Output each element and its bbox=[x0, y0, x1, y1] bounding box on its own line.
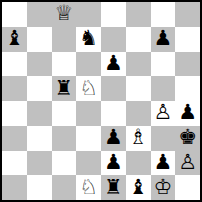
black-pawn-piece: ♟ bbox=[153, 151, 172, 174]
black-rook-piece: ♜ bbox=[104, 175, 123, 198]
square-c3 bbox=[52, 126, 77, 151]
square-h7 bbox=[175, 27, 200, 52]
square-c7 bbox=[52, 27, 77, 52]
white-bishop-piece: ♗ bbox=[129, 126, 148, 149]
black-pawn-piece: ♟ bbox=[104, 151, 123, 174]
square-d3 bbox=[76, 126, 101, 151]
square-a1 bbox=[2, 175, 27, 200]
square-b3 bbox=[27, 126, 52, 151]
square-c2 bbox=[52, 151, 77, 176]
black-rook-piece: ♜ bbox=[54, 76, 73, 99]
square-e6: ♟ bbox=[101, 52, 126, 77]
square-g2: ♟ bbox=[151, 151, 176, 176]
square-g3 bbox=[151, 126, 176, 151]
square-c4 bbox=[52, 101, 77, 126]
square-e5 bbox=[101, 76, 126, 101]
white-queen-piece: ♕ bbox=[54, 2, 73, 25]
square-a3 bbox=[2, 126, 27, 151]
square-e7 bbox=[101, 27, 126, 52]
square-b6 bbox=[27, 52, 52, 77]
square-b2 bbox=[27, 151, 52, 176]
square-e3: ♟ bbox=[101, 126, 126, 151]
square-f1: ♝ bbox=[126, 175, 151, 200]
square-g5 bbox=[151, 76, 176, 101]
square-h2: ♙ bbox=[175, 151, 200, 176]
square-c8: ♕ bbox=[52, 2, 77, 27]
black-pawn-piece: ♟ bbox=[178, 101, 197, 124]
square-h1 bbox=[175, 175, 200, 200]
square-b4 bbox=[27, 101, 52, 126]
chess-board: ♕♝♞♟♟♜♘♙♟♟♗♚♟♟♙♘♜♝♔ bbox=[2, 2, 200, 200]
square-h8 bbox=[175, 2, 200, 27]
square-f4 bbox=[126, 101, 151, 126]
square-e8 bbox=[101, 2, 126, 27]
square-a4 bbox=[2, 101, 27, 126]
square-a7: ♝ bbox=[2, 27, 27, 52]
square-h4: ♟ bbox=[175, 101, 200, 126]
square-f7 bbox=[126, 27, 151, 52]
white-king-piece: ♔ bbox=[153, 175, 172, 198]
black-pawn-piece: ♟ bbox=[104, 126, 123, 149]
square-a2 bbox=[2, 151, 27, 176]
square-f2 bbox=[126, 151, 151, 176]
square-h5 bbox=[175, 76, 200, 101]
square-f8 bbox=[126, 2, 151, 27]
square-b1 bbox=[27, 175, 52, 200]
square-f6 bbox=[126, 52, 151, 77]
square-b7 bbox=[27, 27, 52, 52]
square-d5: ♘ bbox=[76, 76, 101, 101]
square-g1: ♔ bbox=[151, 175, 176, 200]
black-pawn-piece: ♟ bbox=[104, 52, 123, 75]
square-d8 bbox=[76, 2, 101, 27]
chess-board-frame: ♕♝♞♟♟♜♘♙♟♟♗♚♟♟♙♘♜♝♔ bbox=[0, 0, 202, 202]
square-e2: ♟ bbox=[101, 151, 126, 176]
square-e4 bbox=[101, 101, 126, 126]
square-b5 bbox=[27, 76, 52, 101]
square-a8 bbox=[2, 2, 27, 27]
square-g6 bbox=[151, 52, 176, 77]
square-c1 bbox=[52, 175, 77, 200]
white-pawn-piece: ♙ bbox=[153, 101, 172, 124]
black-knight-piece: ♞ bbox=[79, 27, 98, 50]
square-f5 bbox=[126, 76, 151, 101]
square-g8 bbox=[151, 2, 176, 27]
square-d2 bbox=[76, 151, 101, 176]
square-d7: ♞ bbox=[76, 27, 101, 52]
square-a6 bbox=[2, 52, 27, 77]
square-d4 bbox=[76, 101, 101, 126]
square-c5: ♜ bbox=[52, 76, 77, 101]
square-a5 bbox=[2, 76, 27, 101]
square-g7: ♟ bbox=[151, 27, 176, 52]
white-knight-piece: ♘ bbox=[79, 76, 98, 99]
square-e1: ♜ bbox=[101, 175, 126, 200]
square-f3: ♗ bbox=[126, 126, 151, 151]
white-knight-piece: ♘ bbox=[79, 175, 98, 198]
square-c6 bbox=[52, 52, 77, 77]
square-b8 bbox=[27, 2, 52, 27]
black-king-piece: ♚ bbox=[178, 126, 197, 149]
black-bishop-piece: ♝ bbox=[5, 27, 24, 50]
black-bishop-piece: ♝ bbox=[129, 175, 148, 198]
black-pawn-piece: ♟ bbox=[153, 27, 172, 50]
square-h3: ♚ bbox=[175, 126, 200, 151]
square-d1: ♘ bbox=[76, 175, 101, 200]
square-h6 bbox=[175, 52, 200, 77]
white-pawn-piece: ♙ bbox=[178, 151, 197, 174]
square-d6 bbox=[76, 52, 101, 77]
square-g4: ♙ bbox=[151, 101, 176, 126]
